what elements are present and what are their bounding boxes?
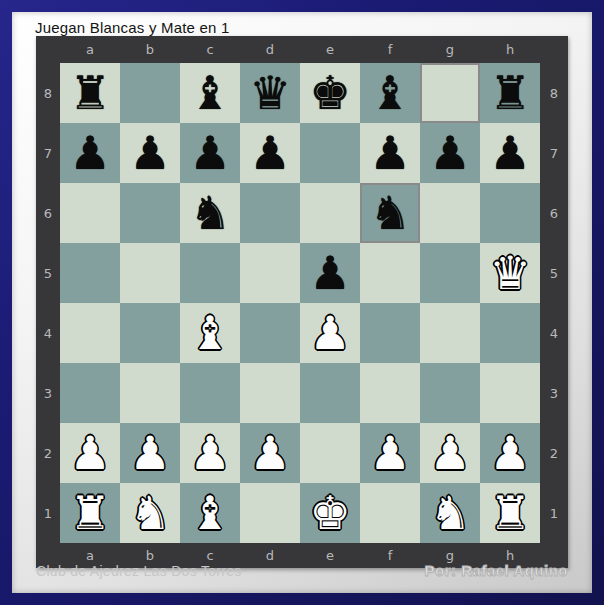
rank-label-left-1: 1 (36, 483, 60, 543)
rank-label-right-7: 7 (540, 123, 568, 183)
square-h5[interactable]: ♛ (480, 243, 540, 303)
square-b5[interactable] (120, 243, 180, 303)
black-knight-piece: ♞ (189, 184, 230, 242)
rank-label-right-2: 2 (540, 423, 568, 483)
chess-board: abcdefgh8♜♝♛♚♝♜87♟♟♟♟♟♟♟76♞♞65♟♛54♝♟4332… (36, 36, 568, 568)
white-queen-piece: ♛ (489, 244, 530, 302)
square-d6[interactable] (240, 183, 300, 243)
black-bishop-piece: ♝ (369, 64, 410, 122)
square-e2[interactable] (300, 423, 360, 483)
rank-label-right-3: 3 (540, 363, 568, 423)
square-d3[interactable] (240, 363, 300, 423)
square-a2[interactable]: ♟ (60, 423, 120, 483)
square-f8[interactable]: ♝ (360, 63, 420, 123)
square-c3[interactable] (180, 363, 240, 423)
square-e3[interactable] (300, 363, 360, 423)
white-pawn-piece: ♟ (249, 424, 290, 482)
square-d2[interactable]: ♟ (240, 423, 300, 483)
black-rook-piece: ♜ (69, 64, 110, 122)
white-bishop-piece: ♝ (189, 484, 230, 542)
file-label-top-h: h (480, 36, 540, 63)
square-c1[interactable]: ♝ (180, 483, 240, 543)
square-a6[interactable] (60, 183, 120, 243)
square-g6[interactable] (420, 183, 480, 243)
square-h2[interactable]: ♟ (480, 423, 540, 483)
square-h7[interactable]: ♟ (480, 123, 540, 183)
square-d1[interactable] (240, 483, 300, 543)
square-h8[interactable]: ♜ (480, 63, 540, 123)
square-c2[interactable]: ♟ (180, 423, 240, 483)
square-a5[interactable] (60, 243, 120, 303)
rank-label-left-5: 5 (36, 243, 60, 303)
black-queen-piece: ♛ (249, 64, 290, 122)
white-rook-piece: ♜ (489, 484, 530, 542)
square-h6[interactable] (480, 183, 540, 243)
page-title: Juegan Blancas y Mate en 1 (35, 19, 230, 36)
square-d7[interactable]: ♟ (240, 123, 300, 183)
black-pawn-piece: ♟ (69, 124, 110, 182)
white-pawn-piece: ♟ (429, 424, 470, 482)
rank-label-right-1: 1 (540, 483, 568, 543)
square-h3[interactable] (480, 363, 540, 423)
black-pawn-piece: ♟ (129, 124, 170, 182)
black-knight-piece: ♞ (369, 184, 410, 242)
white-king-piece: ♚ (309, 484, 350, 542)
square-a1[interactable]: ♜ (60, 483, 120, 543)
square-b7[interactable]: ♟ (120, 123, 180, 183)
file-label-top-a: a (60, 36, 120, 63)
square-c4[interactable]: ♝ (180, 303, 240, 363)
black-pawn-piece: ♟ (369, 124, 410, 182)
page-background: Juegan Blancas y Mate en 1 abcdefgh8♜♝♛♚… (12, 12, 592, 593)
square-d5[interactable] (240, 243, 300, 303)
white-bishop-piece: ♝ (189, 304, 230, 362)
square-g8[interactable] (420, 63, 480, 123)
white-knight-piece: ♞ (129, 484, 170, 542)
white-pawn-piece: ♟ (309, 304, 350, 362)
square-g5[interactable] (420, 243, 480, 303)
square-b3[interactable] (120, 363, 180, 423)
square-h1[interactable]: ♜ (480, 483, 540, 543)
square-g1[interactable]: ♞ (420, 483, 480, 543)
black-rook-piece: ♜ (489, 64, 530, 122)
square-e6[interactable] (300, 183, 360, 243)
black-pawn-piece: ♟ (189, 124, 230, 182)
white-pawn-piece: ♟ (489, 424, 530, 482)
square-e5[interactable]: ♟ (300, 243, 360, 303)
square-e1[interactable]: ♚ (300, 483, 360, 543)
white-knight-piece: ♞ (429, 484, 470, 542)
black-pawn-piece: ♟ (429, 124, 470, 182)
square-a8[interactable]: ♜ (60, 63, 120, 123)
square-f6[interactable]: ♞ (360, 183, 420, 243)
rank-label-left-6: 6 (36, 183, 60, 243)
square-c7[interactable]: ♟ (180, 123, 240, 183)
rank-label-right-5: 5 (540, 243, 568, 303)
board-frame: abcdefgh8♜♝♛♚♝♜87♟♟♟♟♟♟♟76♞♞65♟♛54♝♟4332… (36, 36, 568, 568)
author-credit-text: Por: Rafael Aquino (425, 562, 568, 579)
square-b4[interactable] (120, 303, 180, 363)
square-g7[interactable]: ♟ (420, 123, 480, 183)
black-king-piece: ♚ (309, 64, 350, 122)
square-f3[interactable] (360, 363, 420, 423)
white-rook-piece: ♜ (69, 484, 110, 542)
square-h4[interactable] (480, 303, 540, 363)
square-e8[interactable]: ♚ (300, 63, 360, 123)
rank-label-right-6: 6 (540, 183, 568, 243)
footer: Club de Ajedrez Las Dos Torres Por: Rafa… (36, 562, 568, 579)
square-c8[interactable]: ♝ (180, 63, 240, 123)
black-pawn-piece: ♟ (489, 124, 530, 182)
square-g4[interactable] (420, 303, 480, 363)
rank-label-left-8: 8 (36, 63, 60, 123)
square-f2[interactable]: ♟ (360, 423, 420, 483)
square-b6[interactable] (120, 183, 180, 243)
file-label-top-f: f (360, 36, 420, 63)
rank-label-left-2: 2 (36, 423, 60, 483)
square-e4[interactable]: ♟ (300, 303, 360, 363)
black-bishop-piece: ♝ (189, 64, 230, 122)
square-g3[interactable] (420, 363, 480, 423)
square-e7[interactable] (300, 123, 360, 183)
square-c6[interactable]: ♞ (180, 183, 240, 243)
club-credit-text: Club de Ajedrez Las Dos Torres (36, 563, 242, 579)
rank-label-right-8: 8 (540, 63, 568, 123)
black-pawn-piece: ♟ (249, 124, 290, 182)
frame-corner (36, 36, 60, 63)
square-g2[interactable]: ♟ (420, 423, 480, 483)
white-pawn-piece: ♟ (69, 424, 110, 482)
square-c5[interactable] (180, 243, 240, 303)
square-b8[interactable] (120, 63, 180, 123)
window-frame: Juegan Blancas y Mate en 1 abcdefgh8♜♝♛♚… (0, 0, 604, 605)
square-a3[interactable] (60, 363, 120, 423)
square-d4[interactable] (240, 303, 300, 363)
file-label-top-c: c (180, 36, 240, 63)
square-a4[interactable] (60, 303, 120, 363)
square-a7[interactable]: ♟ (60, 123, 120, 183)
black-pawn-piece: ♟ (309, 244, 350, 302)
square-f5[interactable] (360, 243, 420, 303)
white-pawn-piece: ♟ (129, 424, 170, 482)
rank-label-left-3: 3 (36, 363, 60, 423)
frame-corner (540, 36, 568, 63)
square-f7[interactable]: ♟ (360, 123, 420, 183)
square-f4[interactable] (360, 303, 420, 363)
white-pawn-piece: ♟ (189, 424, 230, 482)
rank-label-left-4: 4 (36, 303, 60, 363)
file-label-top-e: e (300, 36, 360, 63)
rank-label-left-7: 7 (36, 123, 60, 183)
file-label-top-g: g (420, 36, 480, 63)
square-f1[interactable] (360, 483, 420, 543)
file-label-top-d: d (240, 36, 300, 63)
square-b1[interactable]: ♞ (120, 483, 180, 543)
square-d8[interactable]: ♛ (240, 63, 300, 123)
white-pawn-piece: ♟ (369, 424, 410, 482)
file-label-top-b: b (120, 36, 180, 63)
square-b2[interactable]: ♟ (120, 423, 180, 483)
rank-label-right-4: 4 (540, 303, 568, 363)
